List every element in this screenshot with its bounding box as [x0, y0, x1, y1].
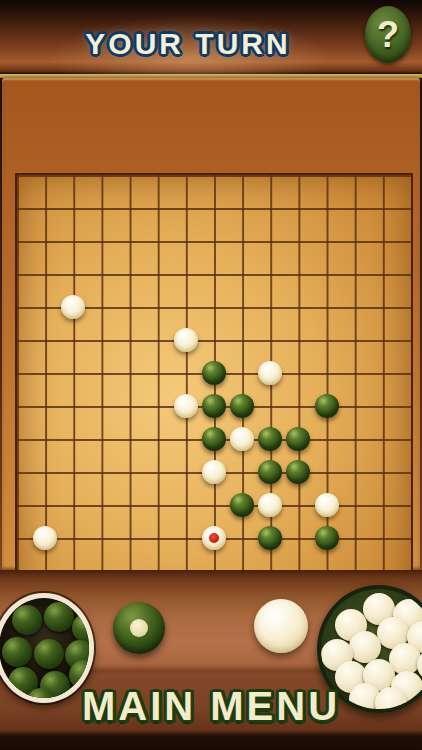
bowl-stone: [2, 637, 32, 667]
white-stone: [33, 526, 57, 550]
green-stone: [315, 526, 339, 550]
question-mark-icon: ?: [377, 17, 399, 53]
green-stone: [286, 427, 310, 451]
gomoku-app-screen: YOUR TURN ? MAIN MENU: [0, 0, 422, 750]
green-stone: [258, 427, 282, 451]
white-stone: [202, 526, 226, 550]
turn-status-label: YOUR TURN: [85, 27, 290, 61]
bowl-stone: [44, 602, 74, 632]
white-stone: [202, 460, 226, 484]
turn-dot-icon: [130, 619, 148, 637]
white-stone: [174, 394, 198, 418]
white-stone: [174, 328, 198, 352]
white-stone: [61, 295, 85, 319]
green-stone: [230, 394, 254, 418]
green-player-indicator-stone: [113, 602, 165, 654]
white-stone: [230, 427, 254, 451]
green-stone: [202, 427, 226, 451]
bowl-stone: [12, 605, 42, 635]
bowl-stone: [72, 613, 94, 643]
green-stone-bowl: [0, 593, 94, 703]
bowl-stone: [375, 687, 407, 713]
last-move-marker-icon: [209, 533, 219, 543]
white-player-indicator-stone: [254, 599, 308, 653]
green-stone: [315, 394, 339, 418]
board-frame: [2, 78, 420, 570]
board-section: [0, 74, 422, 570]
green-stone: [286, 460, 310, 484]
green-stone: [258, 460, 282, 484]
green-stone: [202, 361, 226, 385]
help-button[interactable]: ?: [365, 6, 411, 63]
green-stone: [230, 493, 254, 517]
green-stone: [258, 526, 282, 550]
status-bar: YOUR TURN ?: [0, 0, 422, 74]
white-stone: [315, 493, 339, 517]
white-stone: [258, 493, 282, 517]
white-stone: [258, 361, 282, 385]
main-menu-button[interactable]: MAIN MENU: [82, 686, 340, 726]
tray-section: MAIN MENU: [0, 570, 422, 750]
bowl-stone: [34, 639, 64, 669]
green-stone: [202, 394, 226, 418]
